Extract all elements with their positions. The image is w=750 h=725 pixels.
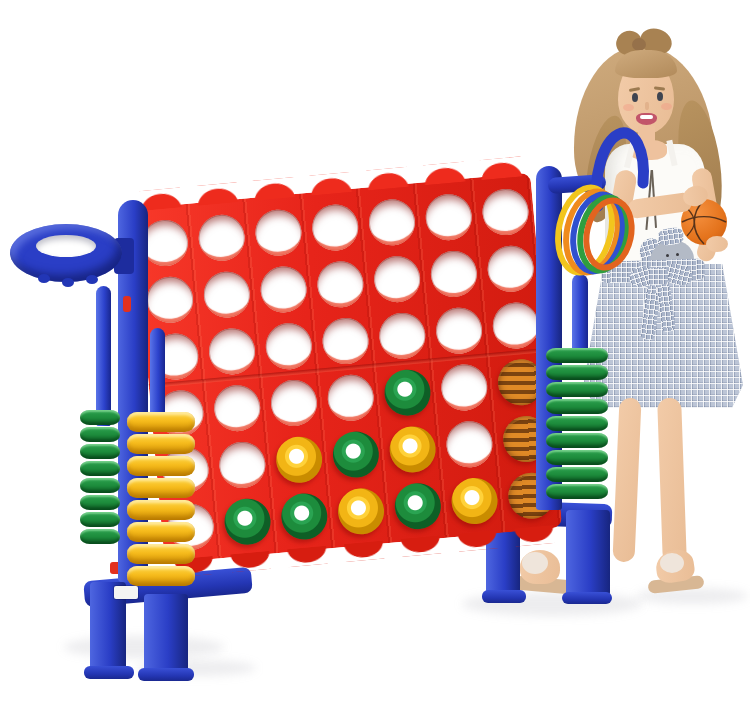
empty-hole-c2r3 xyxy=(206,326,256,376)
empty-hole-c6r3 xyxy=(434,305,484,355)
cell-c2r4 xyxy=(206,377,268,439)
empty-hole-c6r4 xyxy=(439,362,489,412)
right-green-stored-disc-5 xyxy=(546,416,608,431)
cell-c4r6 xyxy=(330,480,392,542)
left-yellow-stored-disc-6 xyxy=(127,522,195,542)
left-green-stored-disc-6 xyxy=(80,495,120,510)
yellow-disc-c4r6 xyxy=(336,486,386,536)
child-leg-right xyxy=(657,398,687,565)
yellow-disc-c3r5 xyxy=(274,434,324,484)
empty-hole-c4r2 xyxy=(315,259,365,309)
empty-hole-c2r2 xyxy=(201,269,251,319)
right-green-stored-disc-1 xyxy=(546,348,608,363)
ring-toss-rings xyxy=(556,184,640,278)
empty-hole-c3r3 xyxy=(263,321,313,371)
empty-hole-c7r1 xyxy=(480,187,530,237)
empty-hole-c2r4 xyxy=(212,383,262,433)
cell-c3r5 xyxy=(268,428,330,490)
cell-c2r3 xyxy=(201,320,263,382)
cell-c3r3 xyxy=(257,315,319,377)
right-green-stored-disc-9 xyxy=(546,484,608,499)
right-rear-foot xyxy=(562,592,612,604)
left-green-stored-disc-3 xyxy=(80,444,120,459)
empty-hole-c7r2 xyxy=(485,243,535,293)
left-post-red-latch xyxy=(123,296,131,312)
cell-c6r4 xyxy=(433,356,495,418)
cell-c2r1 xyxy=(190,206,252,268)
product-photo-stage xyxy=(0,0,750,725)
right-green-stored-disc-2 xyxy=(546,365,608,380)
left-yellow-stored-disc-1 xyxy=(127,412,195,432)
green-disc-c2r6 xyxy=(222,496,272,546)
empty-hole-c6r1 xyxy=(423,192,473,242)
empty-hole-c5r2 xyxy=(372,254,422,304)
cell-c4r3 xyxy=(314,310,376,372)
right-green-stored-disc-8 xyxy=(546,467,608,482)
hoop-bump-2 xyxy=(62,278,74,287)
empty-hole-c3r4 xyxy=(268,378,318,428)
left-yellow-stored-disc-7 xyxy=(127,544,195,564)
left-yellow-stored-disc-5 xyxy=(127,500,195,520)
right-green-stored-disc-6 xyxy=(546,433,608,448)
cell-c4r2 xyxy=(309,253,371,315)
left-green-stored-disc-5 xyxy=(80,478,120,493)
hoop-ring-opening xyxy=(36,235,96,257)
empty-hole-c6r5 xyxy=(444,419,494,469)
child-eye-right xyxy=(657,92,663,101)
left-yellow-stored-disc-2 xyxy=(127,434,195,454)
yellow-disc-c6r6 xyxy=(449,476,499,526)
left-green-stored-disc-8 xyxy=(80,529,120,544)
yellow-disc-stack xyxy=(127,412,195,588)
empty-hole-c4r3 xyxy=(320,316,370,366)
left-green-stored-disc-1 xyxy=(80,410,120,425)
cell-c5r3 xyxy=(371,304,433,366)
cell-c5r4 xyxy=(376,361,438,423)
cell-c6r1 xyxy=(417,186,479,248)
empty-hole-c5r3 xyxy=(377,310,427,360)
green-disc-c3r6 xyxy=(279,491,329,541)
cell-c3r4 xyxy=(262,372,324,434)
cell-c4r5 xyxy=(324,423,386,485)
left-rear-foot xyxy=(84,666,134,679)
cell-c6r3 xyxy=(428,299,490,361)
yellow-disc-c5r5 xyxy=(387,424,437,474)
cell-c4r4 xyxy=(319,366,381,428)
right-green-stored-disc-7 xyxy=(546,450,608,465)
left-green-stored-disc-2 xyxy=(80,427,120,442)
empty-hole-c2r5 xyxy=(217,439,267,489)
shorts-bow-knot xyxy=(648,268,668,285)
cell-c4r1 xyxy=(304,196,366,258)
left-front-leg xyxy=(144,594,188,674)
empty-hole-c2r1 xyxy=(196,212,246,262)
cell-c6r6 xyxy=(443,470,505,532)
applique-eye-left xyxy=(666,254,669,257)
right-front-foot xyxy=(482,590,526,603)
cell-c7r2 xyxy=(479,237,541,299)
empty-hole-c3r2 xyxy=(258,264,308,314)
right-rear-leg xyxy=(566,510,610,596)
empty-hole-c4r4 xyxy=(325,372,375,422)
sandal-left-pom xyxy=(660,553,684,573)
connect-four-board xyxy=(133,173,563,564)
green-disc-c5r6 xyxy=(392,481,442,531)
empty-hole-c6r2 xyxy=(428,249,478,299)
left-rear-storage-pole xyxy=(96,286,111,426)
right-green-stored-disc-3 xyxy=(546,382,608,397)
left-front-foot xyxy=(138,668,194,681)
empty-hole-c4r1 xyxy=(310,202,360,252)
applique-eye-right xyxy=(676,253,679,256)
left-yellow-stored-disc-8 xyxy=(127,566,195,586)
cell-c5r1 xyxy=(360,191,422,253)
cell-c3r1 xyxy=(247,201,309,263)
child-blush-right xyxy=(661,103,672,110)
cell-c3r6 xyxy=(273,485,335,547)
cell-c2r2 xyxy=(195,263,257,325)
cell-c5r2 xyxy=(366,248,428,310)
cell-c2r6 xyxy=(216,490,278,552)
green-disc-c5r4 xyxy=(382,367,432,417)
right-green-disc-stack xyxy=(546,348,608,501)
cell-c7r1 xyxy=(474,181,536,243)
child-eye-left xyxy=(632,93,638,102)
right-green-stored-disc-4 xyxy=(546,399,608,414)
hoop-bump-3 xyxy=(86,275,98,284)
cell-c5r5 xyxy=(381,418,443,480)
child-left-hand xyxy=(706,236,728,252)
cell-c3r2 xyxy=(252,258,314,320)
green-disc-c4r5 xyxy=(330,429,380,479)
left-yellow-stored-disc-4 xyxy=(127,478,195,498)
empty-hole-c5r1 xyxy=(366,197,416,247)
cell-c6r5 xyxy=(438,413,500,475)
empty-hole-c1r2 xyxy=(145,274,195,324)
left-yellow-stored-disc-3 xyxy=(127,456,195,476)
child-hair-fringe xyxy=(615,50,677,78)
basketball-hoop xyxy=(10,222,130,286)
cell-c5r6 xyxy=(386,475,448,537)
left-green-disc-stack xyxy=(80,410,120,546)
empty-hole-c7r3 xyxy=(490,300,540,350)
cell-c2r5 xyxy=(211,434,273,496)
cell-c6r2 xyxy=(422,243,484,305)
left-green-stored-disc-7 xyxy=(80,512,120,527)
left-green-stored-disc-4 xyxy=(80,461,120,476)
hoop-bump-1 xyxy=(38,274,50,283)
empty-hole-c3r1 xyxy=(253,207,303,257)
